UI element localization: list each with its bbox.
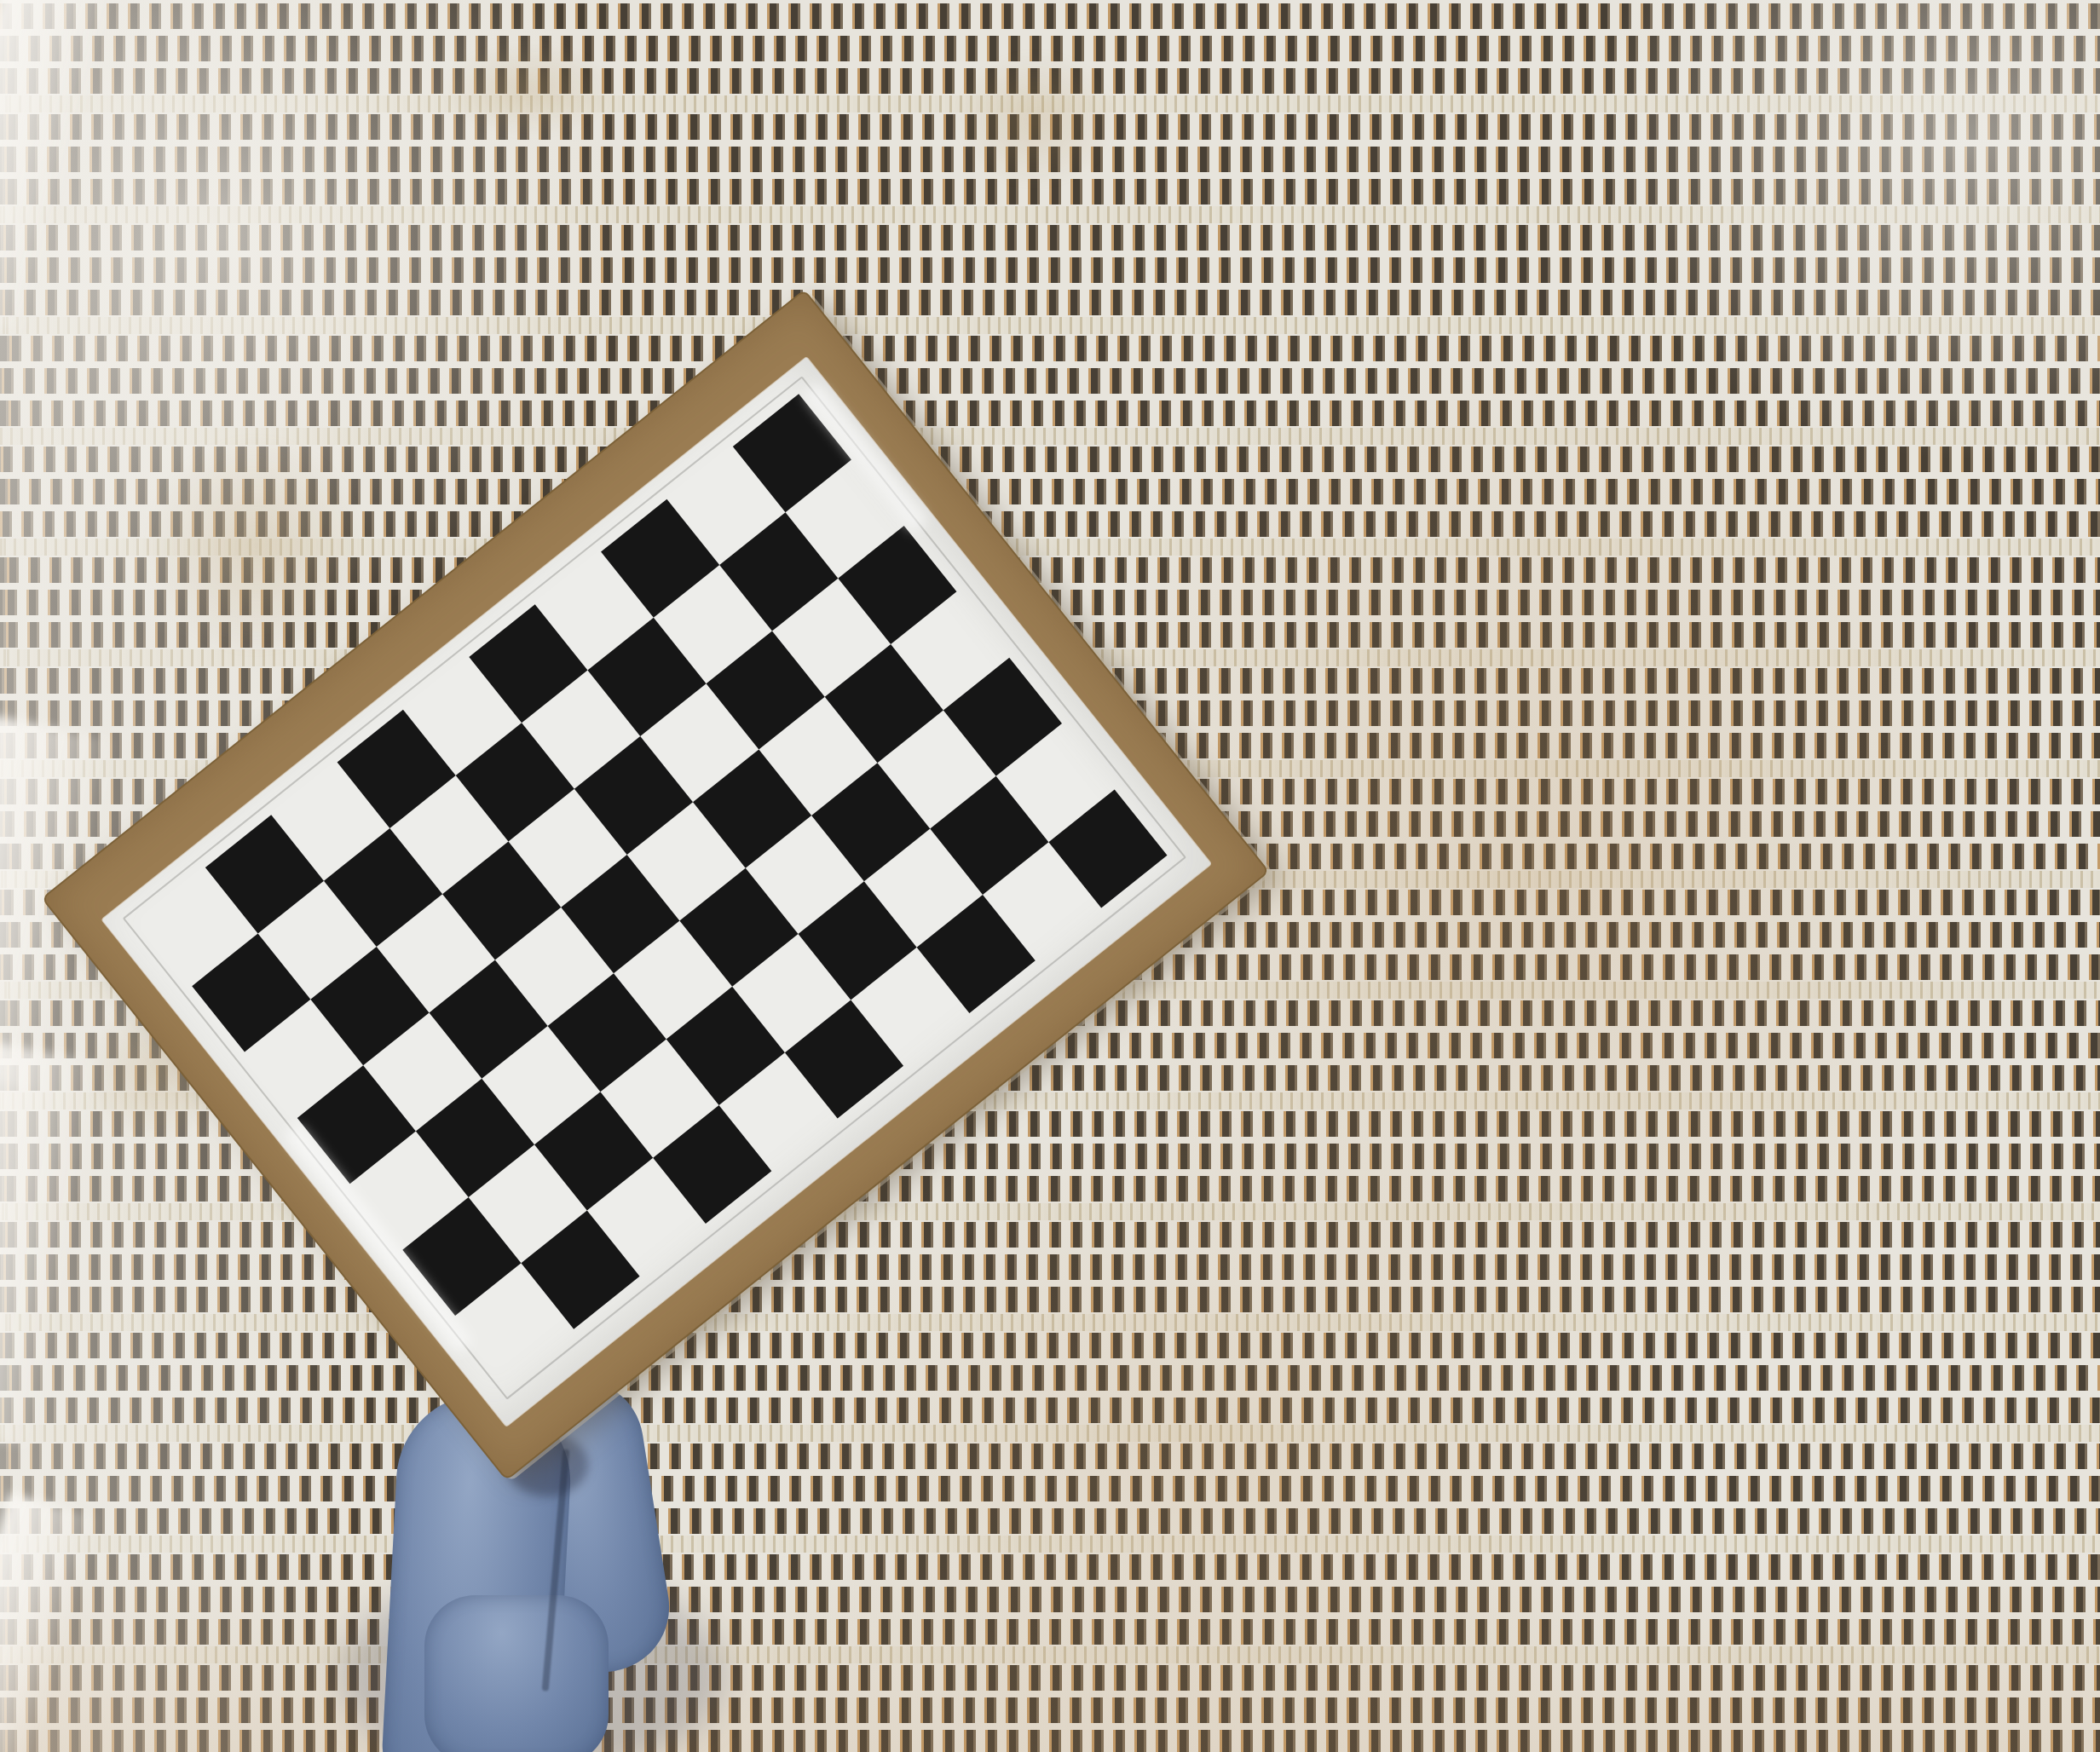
glove-palm [424, 1595, 609, 1752]
scene-conveyor-belt-photo [0, 0, 2100, 1752]
